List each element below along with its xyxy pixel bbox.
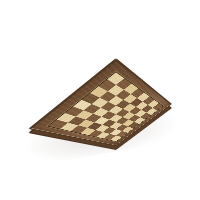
board-photo (0, 0, 200, 200)
